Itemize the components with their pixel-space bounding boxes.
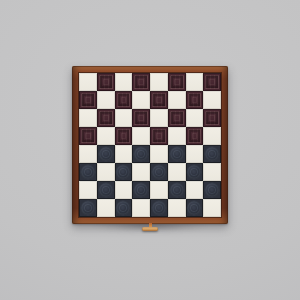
square-c4[interactable]	[115, 145, 133, 163]
square-f8[interactable]	[168, 73, 186, 91]
square-h4[interactable]	[203, 145, 221, 163]
checker-piece-maroon[interactable]	[205, 75, 219, 89]
checker-piece-navy[interactable]	[152, 165, 166, 179]
square-c6[interactable]	[115, 109, 133, 127]
checkers-board-box	[72, 66, 228, 224]
square-e1[interactable]	[150, 199, 168, 217]
checker-piece-navy[interactable]	[134, 147, 148, 161]
square-b7[interactable]	[97, 91, 115, 109]
square-e6[interactable]	[150, 109, 168, 127]
checker-piece-navy[interactable]	[170, 147, 184, 161]
board-grid	[79, 73, 221, 217]
square-h7[interactable]	[203, 91, 221, 109]
checker-piece-maroon[interactable]	[99, 75, 113, 89]
checker-piece-navy[interactable]	[152, 201, 166, 215]
square-f1[interactable]	[168, 199, 186, 217]
square-c3[interactable]	[115, 163, 133, 181]
square-f5[interactable]	[168, 127, 186, 145]
square-b3[interactable]	[97, 163, 115, 181]
checker-piece-maroon[interactable]	[170, 75, 184, 89]
checker-piece-maroon[interactable]	[134, 75, 148, 89]
checker-piece-navy[interactable]	[116, 165, 130, 179]
square-f3[interactable]	[168, 163, 186, 181]
studio-background	[0, 0, 300, 300]
square-g7[interactable]	[186, 91, 204, 109]
square-g6[interactable]	[186, 109, 204, 127]
square-a3[interactable]	[79, 163, 97, 181]
checker-piece-navy[interactable]	[187, 201, 201, 215]
square-e7[interactable]	[150, 91, 168, 109]
checker-piece-maroon[interactable]	[117, 129, 131, 143]
square-b8[interactable]	[97, 73, 115, 91]
square-a1[interactable]	[79, 199, 97, 217]
square-h8[interactable]	[203, 73, 221, 91]
square-h5[interactable]	[203, 127, 221, 145]
square-c1[interactable]	[115, 199, 133, 217]
checker-piece-navy[interactable]	[187, 165, 201, 179]
checker-piece-navy[interactable]	[81, 165, 95, 179]
square-a6[interactable]	[79, 109, 97, 127]
checker-piece-maroon[interactable]	[205, 111, 219, 125]
square-d7[interactable]	[132, 91, 150, 109]
checker-piece-navy[interactable]	[99, 183, 113, 197]
square-b2[interactable]	[97, 181, 115, 199]
square-b5[interactable]	[97, 127, 115, 145]
square-g4[interactable]	[186, 145, 204, 163]
checker-piece-maroon[interactable]	[188, 93, 202, 107]
checker-piece-maroon[interactable]	[152, 93, 166, 107]
square-c7[interactable]	[115, 91, 133, 109]
square-b4[interactable]	[97, 145, 115, 163]
square-e4[interactable]	[150, 145, 168, 163]
square-e8[interactable]	[150, 73, 168, 91]
square-a2[interactable]	[79, 181, 97, 199]
square-c2[interactable]	[115, 181, 133, 199]
square-b6[interactable]	[97, 109, 115, 127]
checker-piece-maroon[interactable]	[170, 111, 184, 125]
checker-piece-maroon[interactable]	[134, 111, 148, 125]
checker-piece-maroon[interactable]	[81, 93, 95, 107]
square-a8[interactable]	[79, 73, 97, 91]
square-h1[interactable]	[203, 199, 221, 217]
square-d6[interactable]	[132, 109, 150, 127]
square-a4[interactable]	[79, 145, 97, 163]
square-g8[interactable]	[186, 73, 204, 91]
square-g2[interactable]	[186, 181, 204, 199]
square-d1[interactable]	[132, 199, 150, 217]
checker-piece-navy[interactable]	[134, 183, 148, 197]
checker-piece-navy[interactable]	[205, 183, 219, 197]
checker-piece-navy[interactable]	[205, 147, 219, 161]
square-d8[interactable]	[132, 73, 150, 91]
brass-pull-handle-icon[interactable]	[142, 223, 158, 232]
checker-piece-navy[interactable]	[99, 147, 113, 161]
square-g3[interactable]	[186, 163, 204, 181]
checker-piece-maroon[interactable]	[117, 93, 131, 107]
square-f2[interactable]	[168, 181, 186, 199]
square-e3[interactable]	[150, 163, 168, 181]
square-c8[interactable]	[115, 73, 133, 91]
checker-piece-navy[interactable]	[170, 183, 184, 197]
checker-piece-maroon[interactable]	[81, 129, 95, 143]
square-h6[interactable]	[203, 109, 221, 127]
square-e5[interactable]	[150, 127, 168, 145]
square-c5[interactable]	[115, 127, 133, 145]
square-b1[interactable]	[97, 199, 115, 217]
square-d5[interactable]	[132, 127, 150, 145]
square-d4[interactable]	[132, 145, 150, 163]
square-g1[interactable]	[186, 199, 204, 217]
square-g5[interactable]	[186, 127, 204, 145]
square-d3[interactable]	[132, 163, 150, 181]
square-f4[interactable]	[168, 145, 186, 163]
square-f6[interactable]	[168, 109, 186, 127]
square-h3[interactable]	[203, 163, 221, 181]
square-h2[interactable]	[203, 181, 221, 199]
checker-piece-navy[interactable]	[81, 201, 95, 215]
square-f7[interactable]	[168, 91, 186, 109]
square-e2[interactable]	[150, 181, 168, 199]
square-d2[interactable]	[132, 181, 150, 199]
checker-piece-maroon[interactable]	[188, 129, 202, 143]
square-a5[interactable]	[79, 127, 97, 145]
checker-piece-navy[interactable]	[116, 201, 130, 215]
square-a7[interactable]	[79, 91, 97, 109]
checker-piece-maroon[interactable]	[99, 111, 113, 125]
checker-piece-maroon[interactable]	[152, 129, 166, 143]
handle-bar	[142, 227, 158, 231]
